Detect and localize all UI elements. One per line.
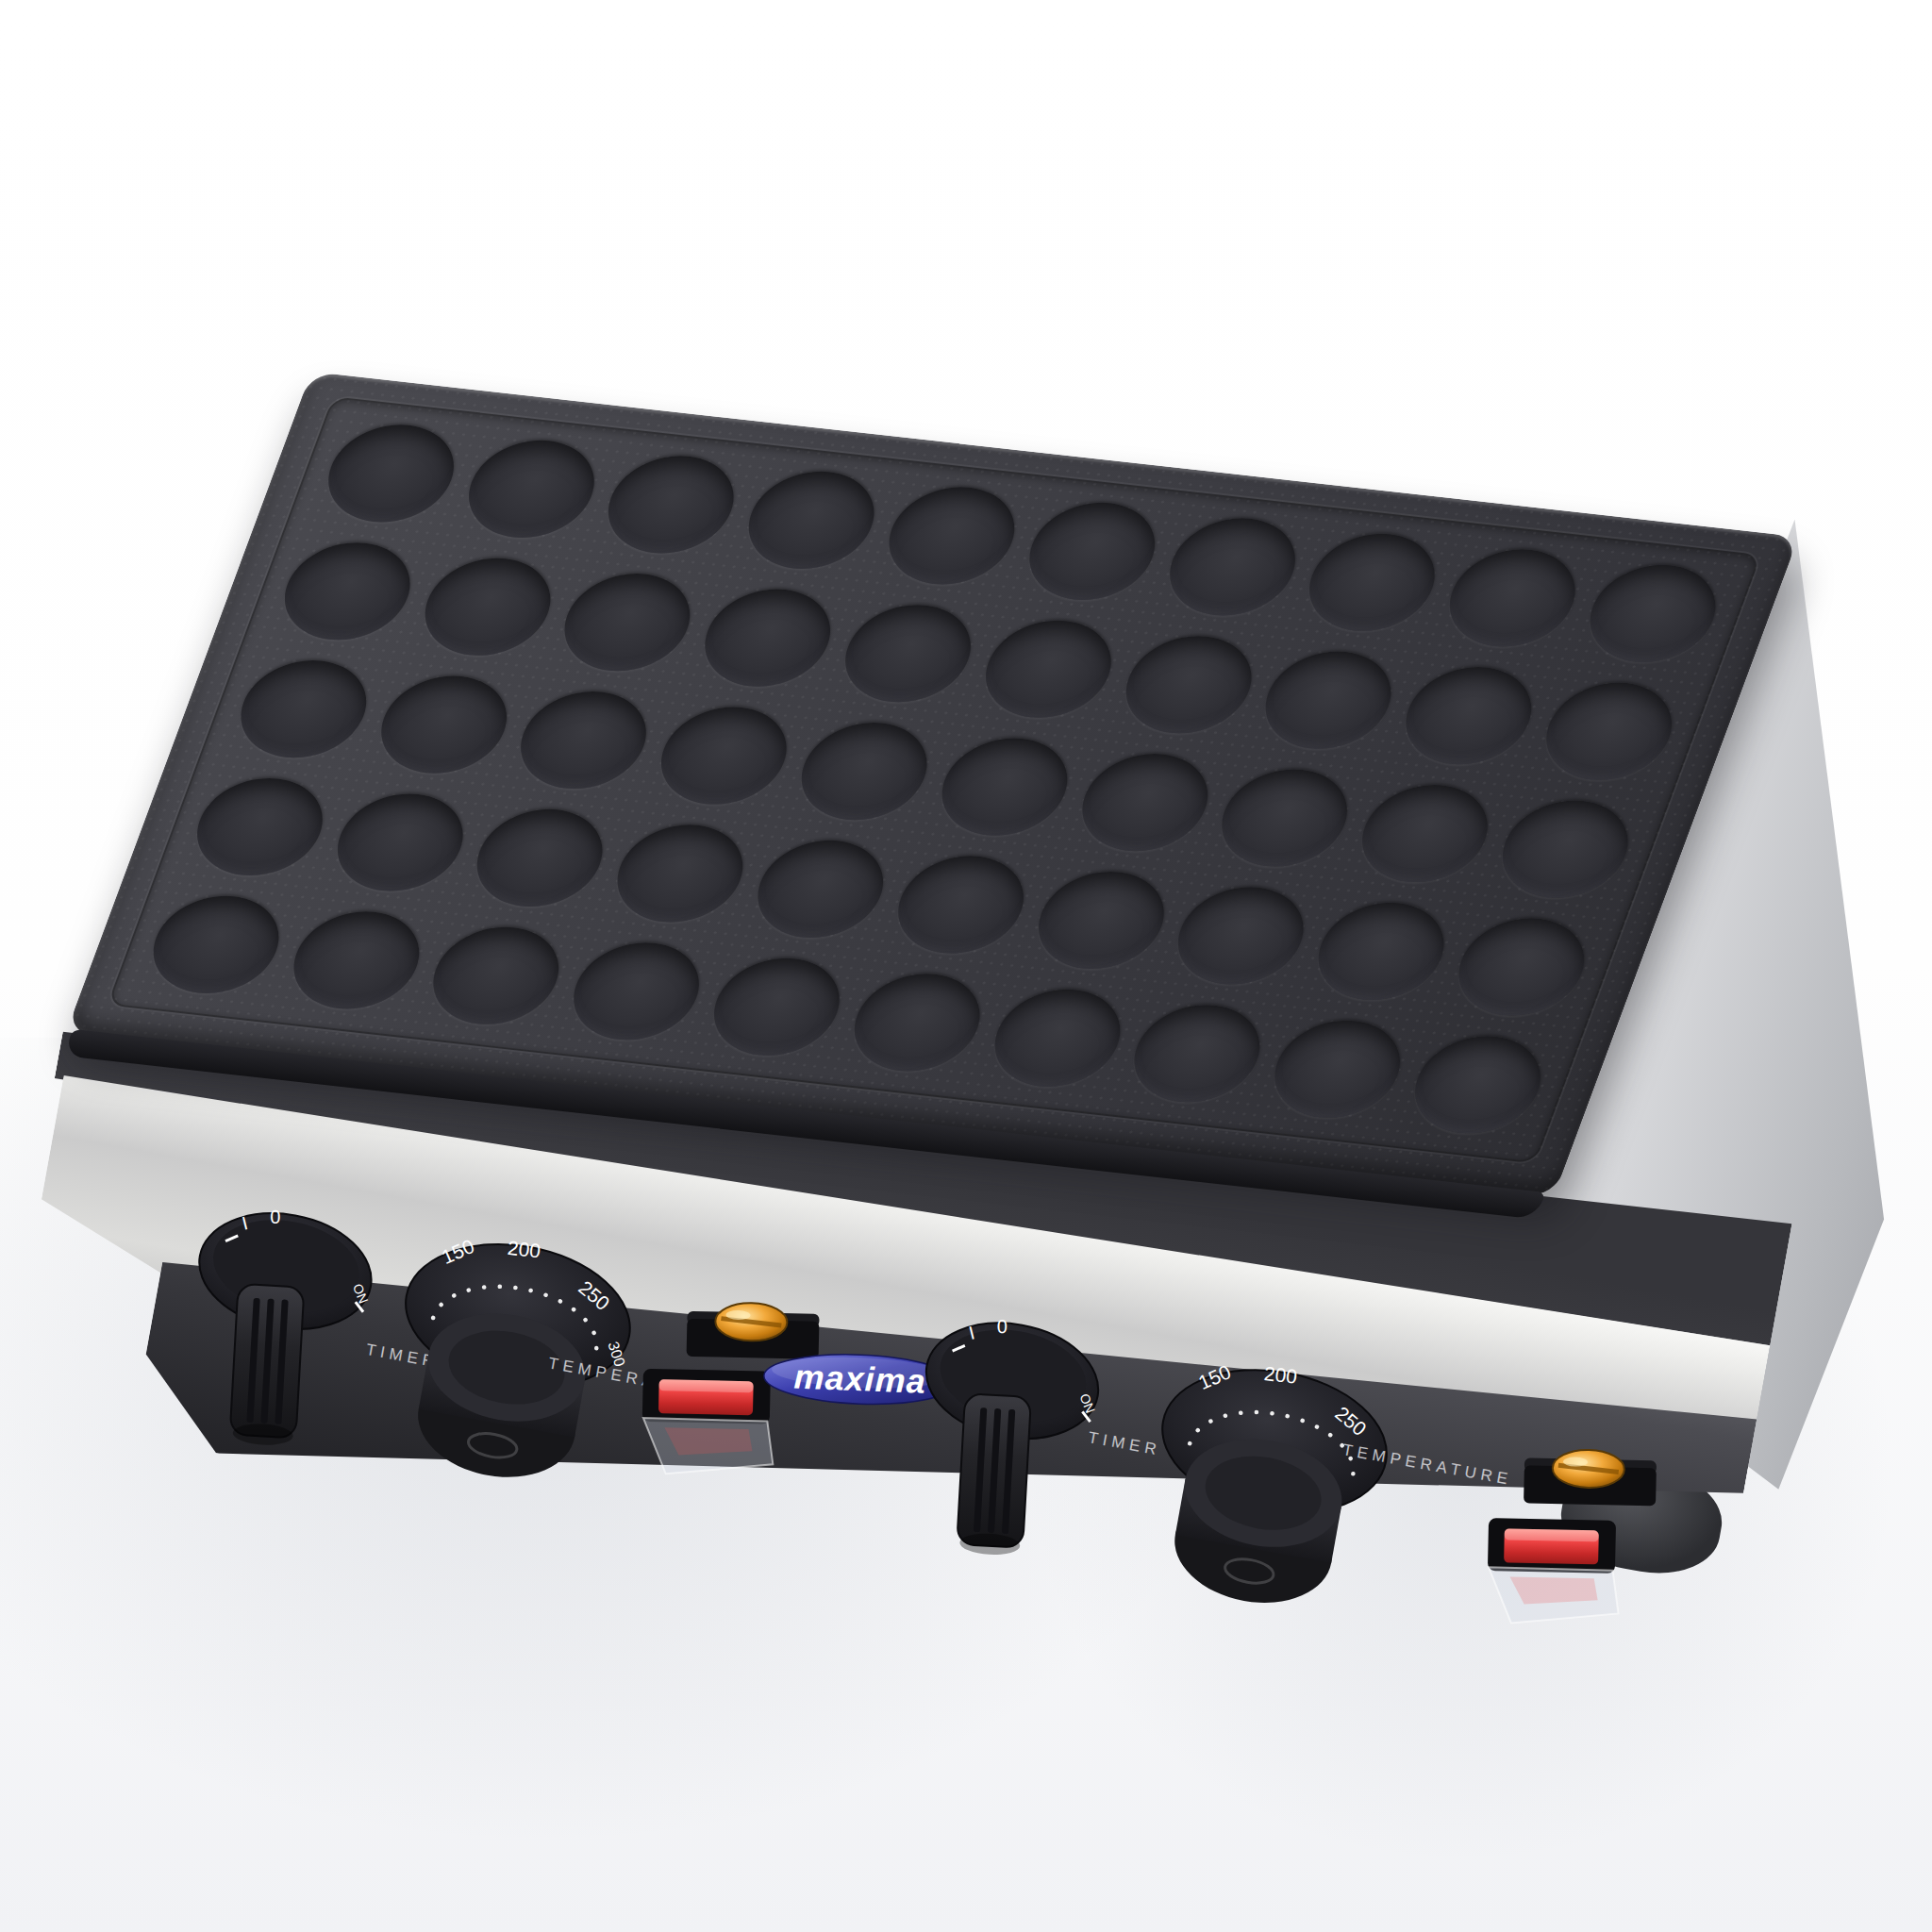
product-photo-canvas: { "scene": { "type": "product photo", "s… [0, 0, 1932, 1932]
mold-grid [124, 407, 1744, 1151]
mold-cell [558, 937, 714, 1046]
mold-cell [1531, 676, 1687, 786]
mold-cell [690, 583, 845, 692]
mold-cell [1435, 543, 1591, 653]
mold-cell [313, 419, 469, 528]
mold-cell [926, 732, 1082, 841]
mold-cell [1251, 645, 1407, 755]
brand-logo-text: maxima [793, 1357, 927, 1401]
mold-cell [874, 481, 1029, 591]
mold-cell [366, 670, 522, 779]
mold-cell [462, 803, 618, 912]
mold-cell [1024, 865, 1179, 974]
mold-cell [1488, 794, 1643, 904]
mold-cell [1259, 1014, 1415, 1124]
mold-cell [883, 850, 1039, 959]
mold-cell [419, 921, 575, 1030]
mold-cell [603, 819, 758, 928]
mold-cell [699, 952, 855, 1061]
mold-cell [454, 434, 609, 543]
mold-cell [409, 552, 565, 661]
mold-cell [506, 685, 661, 794]
timer-knob-grip [229, 1284, 304, 1447]
temp-tick-200: 200 [1263, 1362, 1298, 1388]
timer-mark-zero: 0 [997, 1316, 1008, 1337]
mold-cell [1400, 1030, 1556, 1140]
mold-cell [1120, 999, 1275, 1108]
mold-cell [787, 716, 942, 825]
mold-cell [1347, 778, 1503, 888]
mold-cell [646, 701, 802, 810]
mold-cell [1304, 896, 1459, 1006]
mold-cell [550, 568, 706, 677]
mold-cell [278, 906, 434, 1015]
mold-cell [742, 834, 898, 943]
mold-cell [1207, 763, 1363, 873]
mold-cell [1155, 512, 1310, 622]
mold-cell [225, 654, 381, 763]
temperature-knob-right: 150 200 250 [1116, 1315, 1419, 1648]
mold-cell [1014, 496, 1170, 606]
mold-cell [979, 983, 1135, 1092]
temp-tick-200: 200 [507, 1237, 541, 1262]
timer-knob-grip [957, 1393, 1031, 1557]
mold-cell [1443, 912, 1599, 1022]
mold-cell [1294, 527, 1450, 637]
mold-cell [830, 599, 986, 708]
mold-cell [270, 537, 425, 646]
mold-cell [1110, 630, 1266, 740]
mold-cell [1163, 881, 1319, 991]
mold-cell [1067, 747, 1223, 857]
mold-cell [734, 465, 890, 575]
mold-cell [840, 968, 995, 1077]
mold-cell [593, 450, 749, 559]
mold-cell [1391, 661, 1547, 771]
griddle-plate [66, 372, 1799, 1197]
mold-cell [138, 890, 293, 999]
mold-cell [971, 614, 1126, 724]
power-switch-right [1451, 1491, 1653, 1661]
timer-mark-zero: 0 [270, 1207, 280, 1227]
mold-cell [182, 772, 338, 881]
mold-cell [322, 788, 477, 897]
mold-cell [1575, 558, 1731, 668]
